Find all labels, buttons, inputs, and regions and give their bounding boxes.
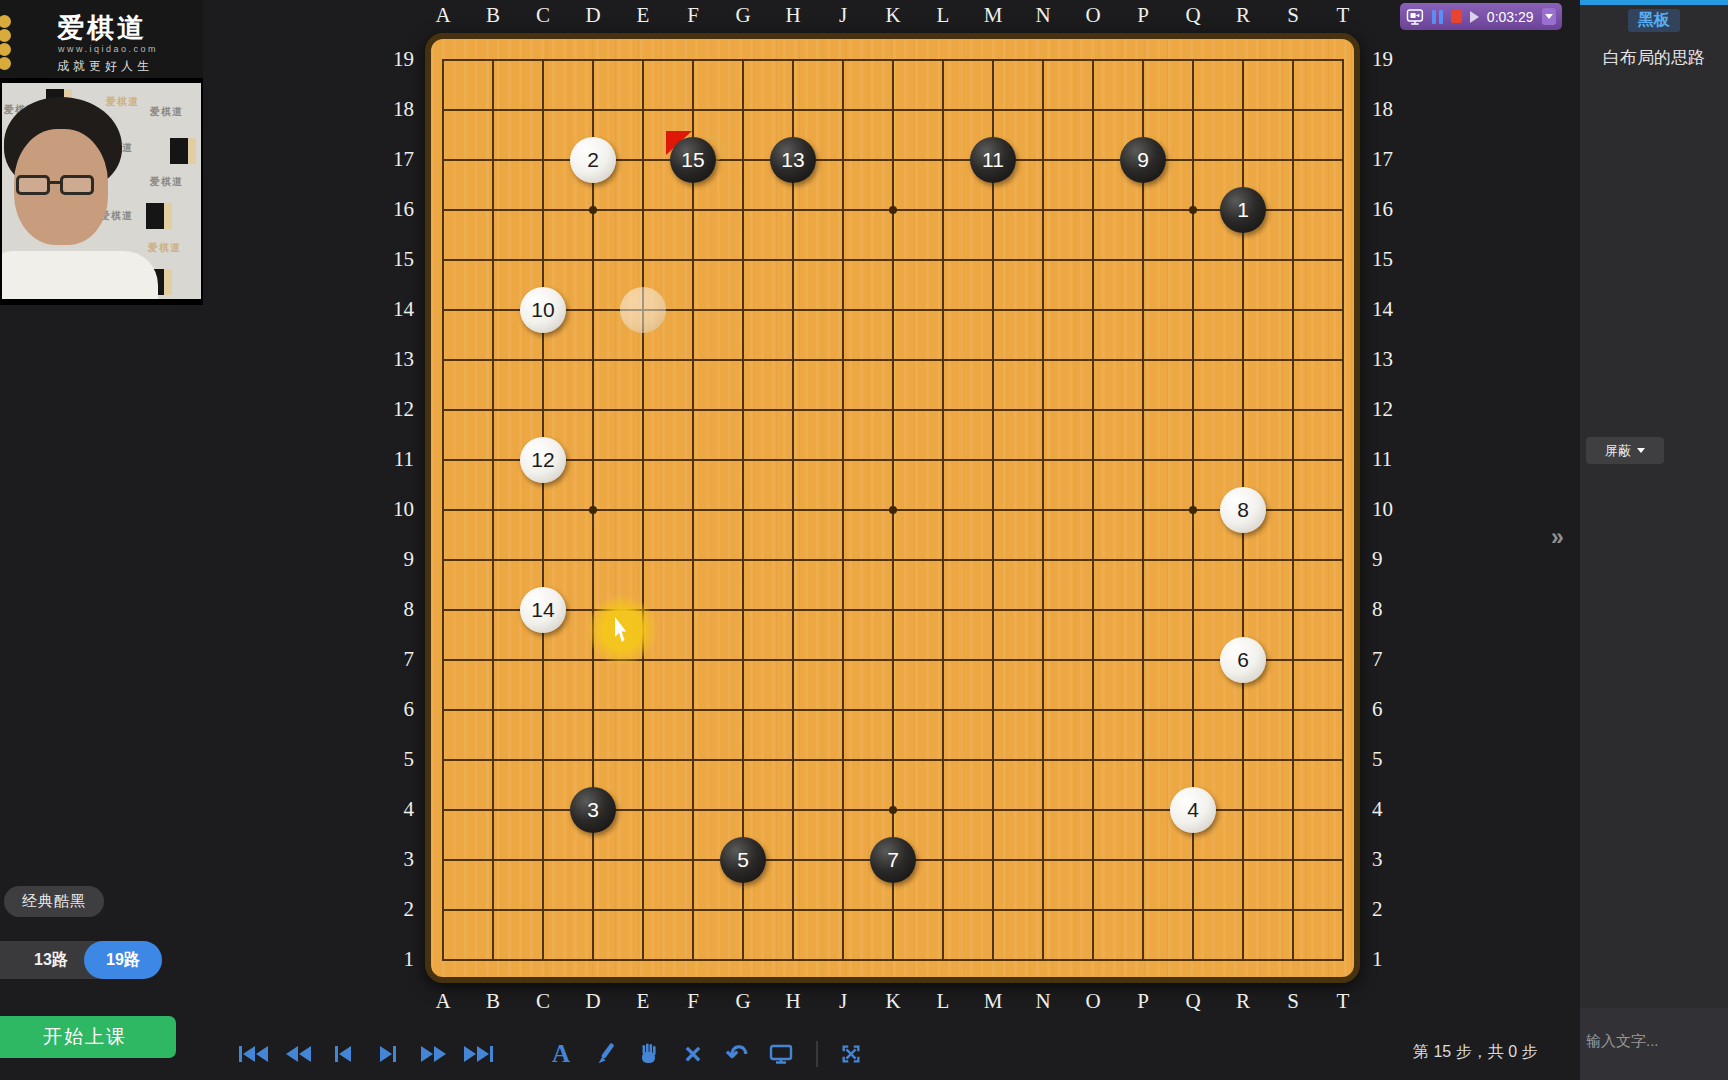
backdrop-tile	[146, 203, 172, 229]
sidebar-collapse-chevron-icon[interactable]: »	[1551, 524, 1564, 551]
row-label: 2	[1372, 897, 1402, 922]
play-icon[interactable]	[1470, 11, 1479, 23]
share-screen-button[interactable]	[766, 1036, 796, 1072]
star-point	[589, 206, 597, 214]
row-label: 5	[1372, 747, 1402, 772]
skip-to-start-button[interactable]	[238, 1036, 268, 1072]
monitor-icon	[769, 1043, 793, 1065]
stone-H17: 13	[770, 137, 816, 183]
row-label: 5	[384, 747, 414, 772]
hand-tool-button[interactable]	[634, 1036, 664, 1072]
sidebar-accent-bar	[1580, 0, 1728, 5]
move-number: 1	[1237, 198, 1249, 222]
column-label: Q	[1185, 3, 1200, 28]
row-label: 13	[384, 347, 414, 372]
row-label: 16	[384, 197, 414, 222]
row-label: 1	[384, 947, 414, 972]
row-label: 15	[1372, 247, 1402, 272]
column-label: G	[735, 3, 750, 28]
column-label: T	[1337, 989, 1350, 1014]
row-label: 3	[1372, 847, 1402, 872]
fullscreen-button[interactable]	[836, 1036, 866, 1072]
move-number: 10	[531, 298, 554, 322]
column-label: E	[637, 3, 650, 28]
star-point	[889, 206, 897, 214]
bottom-toolbar: A × ↶	[238, 1032, 881, 1076]
row-label: 13	[1372, 347, 1402, 372]
column-label: R	[1236, 989, 1250, 1014]
recorder-dropdown[interactable]	[1542, 8, 1556, 25]
brand-header: 爱棋道 www.iqidao.com 成就更好人生	[0, 0, 203, 78]
chevron-down-icon	[1545, 14, 1553, 23]
row-label: 16	[1372, 197, 1402, 222]
column-label: S	[1287, 989, 1299, 1014]
column-label: D	[585, 3, 600, 28]
move-counter: 第 15 步，共 0 步	[1413, 1042, 1537, 1063]
row-label: 12	[384, 397, 414, 422]
column-label: L	[937, 3, 950, 28]
column-label: Q	[1185, 989, 1200, 1014]
row-label: 9	[1372, 547, 1402, 572]
backdrop-tile	[170, 138, 196, 164]
move-number: 4	[1187, 798, 1199, 822]
stone-R7: 6	[1220, 637, 1266, 683]
column-label: N	[1035, 989, 1050, 1014]
stone-D4: 3	[570, 787, 616, 833]
board-size-13-button[interactable]: 13路	[18, 941, 84, 979]
move-number: 14	[531, 598, 554, 622]
backdrop-logo: 爱棋道	[150, 175, 183, 189]
ghost-stone-E14	[620, 287, 666, 333]
star-point	[889, 506, 897, 514]
recording-time: 0:03:29	[1487, 9, 1534, 25]
brush-icon	[594, 1043, 616, 1065]
app-window: 爱棋道 www.iqidao.com 成就更好人生 爱棋道 爱棋道 爱棋道 爱棋…	[0, 0, 1728, 1080]
column-label: G	[735, 989, 750, 1014]
start-class-button[interactable]: 开始上课	[0, 1016, 176, 1058]
tab-blackboard[interactable]: 黑板	[1628, 9, 1680, 32]
right-sidebar: 黑板 白布局的思路 屏蔽	[1580, 0, 1728, 1080]
fast-forward-button[interactable]	[418, 1036, 448, 1072]
row-label: 11	[1372, 447, 1402, 472]
brand-dot-icon	[0, 15, 11, 28]
column-label: J	[839, 3, 847, 28]
brand-title: 爱棋道	[57, 10, 147, 46]
row-label: 11	[384, 447, 414, 472]
move-number: 9	[1137, 148, 1149, 172]
column-label: N	[1035, 3, 1050, 28]
lesson-topic-title: 白布局的思路	[1580, 46, 1728, 69]
screen-recorder-widget: 0:03:29	[1400, 3, 1562, 30]
row-label: 1	[1372, 947, 1402, 972]
star-point	[1189, 506, 1197, 514]
column-label: H	[785, 3, 800, 28]
undo-button[interactable]: ↶	[722, 1036, 752, 1072]
column-label: P	[1137, 3, 1149, 28]
erase-button[interactable]: ×	[678, 1036, 708, 1072]
stone-K3: 7	[870, 837, 916, 883]
stone-M17: 11	[970, 137, 1016, 183]
column-label: J	[839, 989, 847, 1014]
fast-rewind-button[interactable]	[283, 1036, 313, 1072]
column-label: D	[585, 989, 600, 1014]
theme-badge[interactable]: 经典酷黑	[4, 886, 104, 917]
text-message-input[interactable]	[1586, 1032, 1722, 1049]
row-label: 8	[384, 597, 414, 622]
column-label: K	[885, 989, 900, 1014]
stone-P17: 9	[1120, 137, 1166, 183]
backdrop-logo: 爱棋道	[106, 95, 139, 109]
board-size-toggle: 13路 19路	[0, 941, 162, 979]
undo-arrow-icon: ↶	[726, 1041, 748, 1067]
column-label: A	[435, 3, 450, 28]
stop-icon[interactable]	[1451, 10, 1462, 23]
row-label: 6	[1372, 697, 1402, 722]
text-tool-button[interactable]: A	[546, 1036, 576, 1072]
teacher-shirt	[2, 251, 158, 299]
column-label: P	[1137, 989, 1149, 1014]
row-label: 10	[384, 497, 414, 522]
teacher-webcam: 爱棋道 爱棋道 爱棋道 爱棋道 爱棋道 爱棋道 爱棋道	[0, 78, 203, 305]
row-label: 12	[1372, 397, 1402, 422]
column-label: R	[1236, 3, 1250, 28]
text-tool-label: A	[552, 1040, 570, 1068]
row-label: 18	[1372, 97, 1402, 122]
row-label: 4	[384, 797, 414, 822]
glasses-bridge	[48, 181, 62, 184]
column-label: F	[687, 989, 699, 1014]
go-board-grid[interactable]: 123456789101112131415	[442, 59, 1344, 961]
x-icon: ×	[685, 1040, 702, 1069]
move-number: 12	[531, 448, 554, 472]
next-move-button[interactable]	[373, 1036, 403, 1072]
stone-C8: 14	[520, 587, 566, 633]
fullscreen-expand-icon	[840, 1043, 862, 1065]
mute-dropdown-button[interactable]: 屏蔽	[1586, 437, 1664, 464]
row-label: 17	[1372, 147, 1402, 172]
star-point	[1189, 206, 1197, 214]
star-point	[589, 506, 597, 514]
chevron-down-icon	[1637, 448, 1645, 457]
column-label: A	[435, 989, 450, 1014]
column-label: O	[1085, 3, 1100, 28]
row-label: 7	[1372, 647, 1402, 672]
toolbar-divider	[816, 1041, 818, 1067]
glasses-icon	[16, 175, 50, 195]
row-label: 17	[384, 147, 414, 172]
column-label: M	[984, 3, 1003, 28]
previous-move-button[interactable]	[328, 1036, 358, 1072]
move-number: 7	[887, 848, 899, 872]
screen-record-camera-icon	[1406, 7, 1424, 27]
brand-dot-icon	[0, 29, 11, 42]
glasses-icon	[60, 175, 94, 195]
brand-dot-icon	[0, 43, 11, 56]
column-label: C	[536, 3, 550, 28]
row-label: 10	[1372, 497, 1402, 522]
stone-R16: 1	[1220, 187, 1266, 233]
stone-C14: 10	[520, 287, 566, 333]
column-label: L	[937, 989, 950, 1014]
row-label: 19	[1372, 47, 1402, 72]
row-label: 6	[384, 697, 414, 722]
brand-dot-icon	[0, 57, 11, 70]
column-label: K	[885, 3, 900, 28]
column-label: B	[486, 989, 500, 1014]
row-label: 14	[1372, 297, 1402, 322]
hand-icon	[639, 1043, 659, 1065]
column-label: F	[687, 3, 699, 28]
column-label: E	[637, 989, 650, 1014]
column-label: C	[536, 989, 550, 1014]
row-label: 3	[384, 847, 414, 872]
row-label: 7	[384, 647, 414, 672]
stone-D17: 2	[570, 137, 616, 183]
move-number: 2	[587, 148, 599, 172]
move-number: 3	[587, 798, 599, 822]
skip-to-end-button[interactable]	[463, 1036, 493, 1072]
column-label: T	[1337, 3, 1350, 28]
stone-Q4: 4	[1170, 787, 1216, 833]
pause-icon[interactable]	[1432, 10, 1443, 24]
webcam-video: 爱棋道 爱棋道 爱棋道 爱棋道 爱棋道 爱棋道 爱棋道	[2, 83, 201, 299]
brand-slogan: 成就更好人生	[57, 58, 153, 75]
row-label: 14	[384, 297, 414, 322]
board-size-19-button[interactable]: 19路	[84, 941, 162, 979]
row-label: 18	[384, 97, 414, 122]
star-point	[889, 806, 897, 814]
move-number: 13	[781, 148, 804, 172]
column-label: S	[1287, 3, 1299, 28]
row-label: 4	[1372, 797, 1402, 822]
stone-R10: 8	[1220, 487, 1266, 533]
row-label: 2	[384, 897, 414, 922]
row-label: 19	[384, 47, 414, 72]
row-label: 15	[384, 247, 414, 272]
row-label: 9	[384, 547, 414, 572]
backdrop-logo: 爱棋道	[148, 241, 181, 255]
brush-tool-button[interactable]	[590, 1036, 620, 1072]
backdrop-logo: 爱棋道	[150, 105, 183, 119]
mute-button-label: 屏蔽	[1605, 442, 1631, 460]
column-label: H	[785, 989, 800, 1014]
move-number: 11	[982, 148, 1004, 172]
chat-input-area	[1580, 1008, 1728, 1080]
stone-F17: 15	[670, 137, 716, 183]
stone-C11: 12	[520, 437, 566, 483]
brand-url: www.iqidao.com	[58, 44, 158, 54]
stone-G3: 5	[720, 837, 766, 883]
row-label: 8	[1372, 597, 1402, 622]
move-number: 5	[737, 848, 749, 872]
move-number: 8	[1237, 498, 1249, 522]
column-label: M	[984, 989, 1003, 1014]
column-label: O	[1085, 989, 1100, 1014]
column-label: B	[486, 3, 500, 28]
move-number: 6	[1237, 648, 1249, 672]
move-number: 15	[681, 148, 704, 172]
